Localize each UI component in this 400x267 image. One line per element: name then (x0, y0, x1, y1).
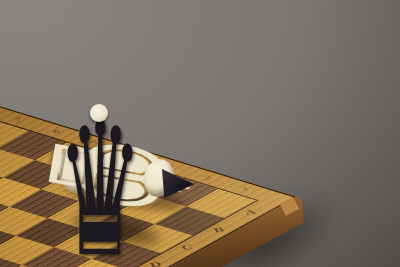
black-queen-glyph: ♛ (57, 98, 143, 267)
photo-canvas: HGFEDCBA87654321 ♚ ♛ (0, 0, 400, 267)
queen-ball-finial (90, 104, 108, 122)
